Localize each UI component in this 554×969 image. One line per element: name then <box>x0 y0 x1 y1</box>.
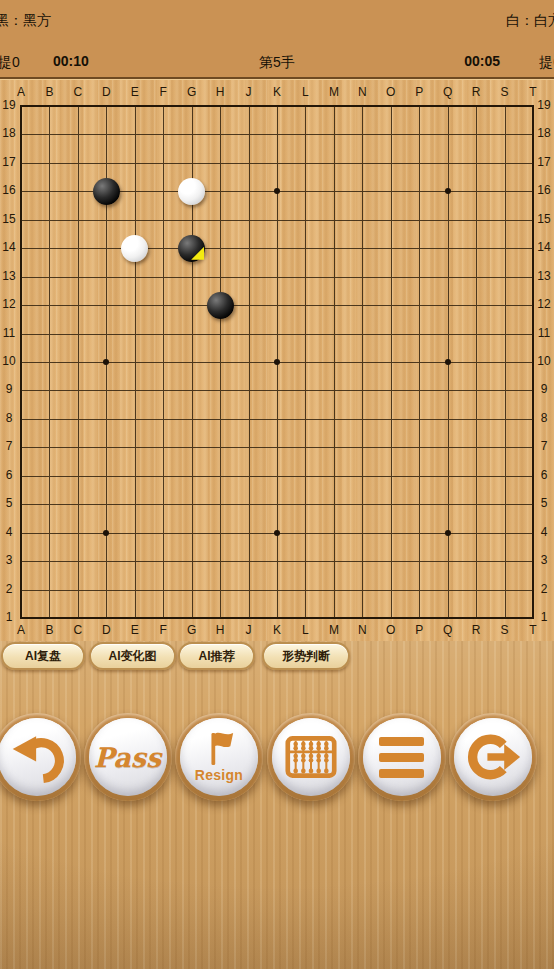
board-cell[interactable] <box>163 106 191 134</box>
board-cell[interactable] <box>419 106 447 134</box>
board-cell[interactable] <box>362 134 390 162</box>
board-cell[interactable] <box>391 533 419 561</box>
board-cell[interactable] <box>362 476 390 504</box>
board-cell[interactable] <box>249 476 277 504</box>
menu-button-face[interactable] <box>363 718 441 796</box>
board-cell[interactable] <box>505 504 533 532</box>
board-cell[interactable] <box>49 561 77 589</box>
board-cell[interactable] <box>505 390 533 418</box>
board-cell[interactable] <box>419 305 447 333</box>
board-cell[interactable] <box>362 248 390 276</box>
board-cell[interactable] <box>21 305 49 333</box>
board-cell[interactable] <box>391 447 419 475</box>
board-cell[interactable] <box>220 334 248 362</box>
board-cell[interactable] <box>391 504 419 532</box>
board-cell[interactable] <box>362 419 390 447</box>
board-cell[interactable] <box>391 476 419 504</box>
board-cell[interactable] <box>277 248 305 276</box>
board-cell[interactable] <box>391 248 419 276</box>
board-cell[interactable] <box>135 533 163 561</box>
board-cell[interactable] <box>476 220 504 248</box>
board-cell[interactable] <box>505 561 533 589</box>
board-cell[interactable] <box>505 533 533 561</box>
board-cell[interactable] <box>334 362 362 390</box>
board-cell[interactable] <box>362 590 390 618</box>
board-cell[interactable] <box>106 106 134 134</box>
board-cell[interactable] <box>78 419 106 447</box>
board-cell[interactable] <box>419 533 447 561</box>
board-cell[interactable] <box>391 191 419 219</box>
board-cell[interactable] <box>192 590 220 618</box>
board-cell[interactable] <box>21 248 49 276</box>
board-cell[interactable] <box>21 106 49 134</box>
board-cell[interactable] <box>334 106 362 134</box>
board-cell[interactable] <box>419 390 447 418</box>
board-cell[interactable] <box>305 390 333 418</box>
menu-button[interactable] <box>358 713 446 801</box>
resign-button-face[interactable]: Resign <box>180 718 258 796</box>
board-cell[interactable] <box>419 447 447 475</box>
board-cell[interactable] <box>78 362 106 390</box>
board-cell[interactable] <box>334 220 362 248</box>
board-cell[interactable] <box>21 447 49 475</box>
board-cell[interactable] <box>277 447 305 475</box>
board-cell[interactable] <box>249 533 277 561</box>
tab-ai-review[interactable]: AI复盘 <box>1 642 85 670</box>
board-cell[interactable] <box>78 561 106 589</box>
board-cell[interactable] <box>277 134 305 162</box>
board-cell[interactable] <box>334 277 362 305</box>
board-cell[interactable] <box>476 561 504 589</box>
board-cell[interactable] <box>419 248 447 276</box>
board-cell[interactable] <box>448 533 476 561</box>
board-cell[interactable] <box>277 504 305 532</box>
board-cell[interactable] <box>419 561 447 589</box>
board-cell[interactable] <box>249 504 277 532</box>
board-cell[interactable] <box>305 134 333 162</box>
tab-territory-judgment[interactable]: 形势判断 <box>262 642 350 670</box>
board-cell[interactable] <box>362 334 390 362</box>
board-cell[interactable] <box>305 419 333 447</box>
board-cell[interactable] <box>505 476 533 504</box>
board-cell[interactable] <box>476 163 504 191</box>
board-cell[interactable] <box>505 163 533 191</box>
board-cell[interactable] <box>135 191 163 219</box>
board-cell[interactable] <box>476 305 504 333</box>
board-cell[interactable] <box>448 277 476 305</box>
board-cell[interactable] <box>192 533 220 561</box>
board-cell[interactable] <box>448 362 476 390</box>
board-cell[interactable] <box>505 277 533 305</box>
board-cell[interactable] <box>21 362 49 390</box>
board-cell[interactable] <box>106 134 134 162</box>
board-cell[interactable] <box>78 106 106 134</box>
board-cell[interactable] <box>249 163 277 191</box>
board-cell[interactable] <box>391 419 419 447</box>
board-cell[interactable] <box>391 561 419 589</box>
board-cell[interactable] <box>163 476 191 504</box>
board-cell[interactable] <box>106 476 134 504</box>
board-cell[interactable] <box>476 504 504 532</box>
board-cell[interactable] <box>78 504 106 532</box>
board-cell[interactable] <box>419 191 447 219</box>
board-cell[interactable] <box>135 305 163 333</box>
board-cell[interactable] <box>78 533 106 561</box>
board-cell[interactable] <box>192 362 220 390</box>
tab-ai-recommend[interactable]: AI推荐 <box>178 642 255 670</box>
board-cell[interactable] <box>49 106 77 134</box>
board-cell[interactable] <box>163 305 191 333</box>
board-cell[interactable] <box>476 533 504 561</box>
board-cell[interactable] <box>362 191 390 219</box>
board-cell[interactable] <box>49 476 77 504</box>
board-cell[interactable] <box>163 362 191 390</box>
board-cell[interactable] <box>362 504 390 532</box>
board-cell[interactable] <box>135 419 163 447</box>
board-cell[interactable] <box>391 163 419 191</box>
board-cell[interactable] <box>78 134 106 162</box>
board-cell[interactable] <box>78 248 106 276</box>
board-cell[interactable] <box>448 134 476 162</box>
board-cell[interactable] <box>78 305 106 333</box>
board-cell[interactable] <box>249 590 277 618</box>
board-cell[interactable] <box>106 590 134 618</box>
board-cell[interactable] <box>505 220 533 248</box>
board-cell[interactable] <box>305 533 333 561</box>
board-cell[interactable] <box>106 447 134 475</box>
board-cell[interactable] <box>334 447 362 475</box>
board-cell[interactable] <box>106 419 134 447</box>
board-cell[interactable] <box>49 504 77 532</box>
board-cell[interactable] <box>305 248 333 276</box>
board-cell[interactable] <box>277 106 305 134</box>
board-cell[interactable] <box>391 362 419 390</box>
board-cell[interactable] <box>391 590 419 618</box>
board-cell[interactable] <box>78 590 106 618</box>
board-cell[interactable] <box>305 305 333 333</box>
board-cell[interactable] <box>163 419 191 447</box>
board-cell[interactable] <box>106 362 134 390</box>
board-cell[interactable] <box>277 419 305 447</box>
board-cell[interactable] <box>419 277 447 305</box>
board-cell[interactable] <box>249 305 277 333</box>
board-cell[interactable] <box>78 476 106 504</box>
board-cell[interactable] <box>135 134 163 162</box>
board-cell[interactable] <box>391 220 419 248</box>
board-cell[interactable] <box>505 191 533 219</box>
board-cell[interactable] <box>220 106 248 134</box>
board-cell[interactable] <box>505 362 533 390</box>
board-cell[interactable] <box>163 334 191 362</box>
board-cell[interactable] <box>305 220 333 248</box>
board-cell[interactable] <box>192 476 220 504</box>
board-cell[interactable] <box>49 163 77 191</box>
board-cell[interactable] <box>391 305 419 333</box>
board-cell[interactable] <box>362 163 390 191</box>
board-cell[interactable] <box>334 590 362 618</box>
board-cell[interactable] <box>106 334 134 362</box>
board-cell[interactable] <box>305 106 333 134</box>
board-cell[interactable] <box>305 163 333 191</box>
board-cell[interactable] <box>21 334 49 362</box>
board-cell[interactable] <box>391 106 419 134</box>
board-cell[interactable] <box>220 447 248 475</box>
board-cell[interactable] <box>334 561 362 589</box>
board-cell[interactable] <box>277 533 305 561</box>
board-cell[interactable] <box>135 476 163 504</box>
board-cell[interactable] <box>419 504 447 532</box>
board-cell[interactable] <box>249 334 277 362</box>
pass-button[interactable]: Pass <box>84 713 172 801</box>
board-cell[interactable] <box>192 334 220 362</box>
board-cell[interactable] <box>448 334 476 362</box>
board-cell[interactable] <box>21 220 49 248</box>
board-cell[interactable] <box>305 447 333 475</box>
board-cell[interactable] <box>163 447 191 475</box>
board-cell[interactable] <box>163 390 191 418</box>
board-cell[interactable] <box>249 419 277 447</box>
board-cell[interactable] <box>220 191 248 219</box>
board-cell[interactable] <box>305 334 333 362</box>
board-cell[interactable] <box>476 362 504 390</box>
board-cell[interactable] <box>163 533 191 561</box>
board-cell[interactable] <box>49 334 77 362</box>
board-cell[interactable] <box>249 106 277 134</box>
board-cell[interactable] <box>334 390 362 418</box>
board-cell[interactable] <box>135 334 163 362</box>
board-cell[interactable] <box>192 447 220 475</box>
board-cell[interactable] <box>21 419 49 447</box>
board-cell[interactable] <box>21 390 49 418</box>
board-cell[interactable] <box>135 390 163 418</box>
board-cell[interactable] <box>277 191 305 219</box>
board-cell[interactable] <box>334 504 362 532</box>
board-cell[interactable] <box>106 561 134 589</box>
board-cell[interactable] <box>249 220 277 248</box>
board-cell[interactable] <box>192 419 220 447</box>
board-cell[interactable] <box>249 362 277 390</box>
board-cell[interactable] <box>249 277 277 305</box>
board-cell[interactable] <box>249 248 277 276</box>
board-cell[interactable] <box>163 277 191 305</box>
board-cell[interactable] <box>249 191 277 219</box>
board-cell[interactable] <box>192 390 220 418</box>
board-cell[interactable] <box>78 390 106 418</box>
board-cell[interactable] <box>135 362 163 390</box>
board-cell[interactable] <box>106 277 134 305</box>
board-cell[interactable] <box>362 106 390 134</box>
board-cell[interactable] <box>505 334 533 362</box>
board-cell[interactable] <box>49 134 77 162</box>
board-cell[interactable] <box>391 390 419 418</box>
board-cell[interactable] <box>49 191 77 219</box>
board-cell[interactable] <box>448 390 476 418</box>
board-cell[interactable] <box>49 533 77 561</box>
board-cell[interactable] <box>448 248 476 276</box>
board-cell[interactable] <box>277 362 305 390</box>
board-cell[interactable] <box>49 390 77 418</box>
board-cell[interactable] <box>135 590 163 618</box>
board-cell[interactable] <box>220 561 248 589</box>
board-cell[interactable] <box>277 163 305 191</box>
board-cell[interactable] <box>448 191 476 219</box>
board-cell[interactable] <box>220 390 248 418</box>
board-cell[interactable] <box>249 447 277 475</box>
board-cell[interactable] <box>49 419 77 447</box>
board-cell[interactable] <box>21 533 49 561</box>
board-cell[interactable] <box>476 191 504 219</box>
board-cell[interactable] <box>220 504 248 532</box>
board-cell[interactable] <box>220 590 248 618</box>
board-cell[interactable] <box>21 163 49 191</box>
board-cell[interactable] <box>78 277 106 305</box>
board-cell[interactable] <box>49 447 77 475</box>
board-cell[interactable] <box>135 163 163 191</box>
board-cell[interactable] <box>220 248 248 276</box>
board-cell[interactable] <box>106 390 134 418</box>
board-cell[interactable] <box>305 191 333 219</box>
board-cell[interactable] <box>362 362 390 390</box>
board-cell[interactable] <box>505 305 533 333</box>
board-cell[interactable] <box>192 134 220 162</box>
board-cell[interactable] <box>220 476 248 504</box>
board-cell[interactable] <box>21 191 49 219</box>
board-cell[interactable] <box>49 305 77 333</box>
go-board[interactable]: AABBCCDDEEFFGGHHJJKKLLMMNNOOPPQQRRSSTT19… <box>0 79 554 641</box>
board-cell[interactable] <box>505 419 533 447</box>
board-cell[interactable] <box>78 334 106 362</box>
board-cell[interactable] <box>220 134 248 162</box>
board-cell[interactable] <box>419 590 447 618</box>
board-cell[interactable] <box>505 447 533 475</box>
board-cell[interactable] <box>391 277 419 305</box>
board-cell[interactable] <box>419 334 447 362</box>
board-cell[interactable] <box>277 220 305 248</box>
board-cell[interactable] <box>419 362 447 390</box>
board-cell[interactable] <box>334 305 362 333</box>
board-cell[interactable] <box>192 504 220 532</box>
board-cell[interactable] <box>448 163 476 191</box>
board-cell[interactable] <box>277 277 305 305</box>
board-cell[interactable] <box>505 106 533 134</box>
board-cell[interactable] <box>192 561 220 589</box>
board-cell[interactable] <box>49 220 77 248</box>
board-cell[interactable] <box>334 134 362 162</box>
board-cell[interactable] <box>448 305 476 333</box>
board-cell[interactable] <box>135 277 163 305</box>
board-cell[interactable] <box>305 504 333 532</box>
board-cell[interactable] <box>163 504 191 532</box>
board-cell[interactable] <box>476 248 504 276</box>
board-cell[interactable] <box>334 191 362 219</box>
board-cell[interactable] <box>448 561 476 589</box>
count-button-face[interactable] <box>272 718 350 796</box>
board-cell[interactable] <box>135 447 163 475</box>
board-cell[interactable] <box>448 504 476 532</box>
pass-button-face[interactable]: Pass <box>89 718 167 796</box>
board-cell[interactable] <box>106 533 134 561</box>
board-cell[interactable] <box>505 134 533 162</box>
board-cell[interactable] <box>21 476 49 504</box>
board-cell[interactable] <box>220 362 248 390</box>
board-cell[interactable] <box>21 561 49 589</box>
board-cell[interactable] <box>220 419 248 447</box>
board-cell[interactable] <box>49 362 77 390</box>
board-cell[interactable] <box>21 590 49 618</box>
board-cell[interactable] <box>277 390 305 418</box>
board-cell[interactable] <box>305 362 333 390</box>
board-cell[interactable] <box>220 533 248 561</box>
board-cell[interactable] <box>476 447 504 475</box>
board-cell[interactable] <box>78 220 106 248</box>
count-button[interactable] <box>267 713 355 801</box>
board-cell[interactable] <box>419 163 447 191</box>
board-cell[interactable] <box>305 476 333 504</box>
redo-button-face[interactable] <box>454 718 532 796</box>
board-cell[interactable] <box>362 277 390 305</box>
board-cell[interactable] <box>476 419 504 447</box>
board-cell[interactable] <box>505 248 533 276</box>
board-cell[interactable] <box>419 220 447 248</box>
board-cell[interactable] <box>362 220 390 248</box>
board-cell[interactable] <box>419 134 447 162</box>
undo-button[interactable] <box>0 713 81 801</box>
board-cell[interactable] <box>448 106 476 134</box>
board-cell[interactable] <box>277 476 305 504</box>
undo-button-face[interactable] <box>0 718 76 796</box>
board-cell[interactable] <box>334 476 362 504</box>
board-cell[interactable] <box>476 334 504 362</box>
board-cell[interactable] <box>448 476 476 504</box>
board-cell[interactable] <box>362 447 390 475</box>
board-cell[interactable] <box>476 277 504 305</box>
board-cell[interactable] <box>277 561 305 589</box>
board-cell[interactable] <box>448 220 476 248</box>
board-cell[interactable] <box>476 476 504 504</box>
board-cell[interactable] <box>277 305 305 333</box>
board-cell[interactable] <box>220 163 248 191</box>
board-cell[interactable] <box>476 390 504 418</box>
board-cell[interactable] <box>334 419 362 447</box>
board-cell[interactable] <box>249 390 277 418</box>
board-cell[interactable] <box>334 533 362 561</box>
board-cell[interactable] <box>448 419 476 447</box>
board-cell[interactable] <box>334 163 362 191</box>
board-cell[interactable] <box>448 590 476 618</box>
board-cell[interactable] <box>192 106 220 134</box>
board-cell[interactable] <box>106 305 134 333</box>
board-cell[interactable] <box>362 533 390 561</box>
board-cell[interactable] <box>419 419 447 447</box>
redo-button[interactable] <box>449 713 537 801</box>
board-cell[interactable] <box>49 248 77 276</box>
board-cell[interactable] <box>277 334 305 362</box>
board-cell[interactable] <box>106 504 134 532</box>
board-cell[interactable] <box>21 134 49 162</box>
board-cell[interactable] <box>135 504 163 532</box>
board-cell[interactable] <box>249 561 277 589</box>
resign-button[interactable]: Resign <box>175 713 263 801</box>
board-cell[interactable] <box>163 561 191 589</box>
board-cell[interactable] <box>305 561 333 589</box>
board-cell[interactable] <box>21 504 49 532</box>
board-cell[interactable] <box>391 134 419 162</box>
board-cell[interactable] <box>362 561 390 589</box>
board-cell[interactable] <box>334 248 362 276</box>
board-cell[interactable] <box>21 277 49 305</box>
board-cell[interactable] <box>135 561 163 589</box>
board-cell[interactable] <box>305 277 333 305</box>
